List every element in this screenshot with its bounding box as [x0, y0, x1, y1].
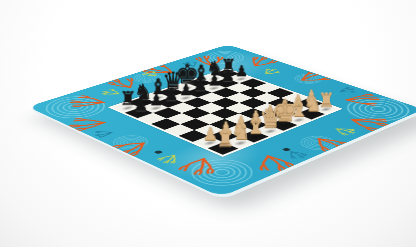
piece-black-pawn: ♟ [235, 64, 248, 79]
chess-board[interactable]: ♜♞♝♛♚♝♞♜♟♟♟♟♟♟♟♟♟♟♟♟♟♟♟♟♜♞♝♛♚♝♞♜ [28, 44, 416, 197]
coral-accent-decoration [332, 126, 357, 136]
ripple-decoration [180, 155, 264, 191]
peg-dot [153, 150, 163, 154]
ripple-decoration [35, 92, 116, 122]
ripple-decoration [294, 133, 342, 152]
ripple-decoration [336, 94, 416, 126]
piece-white-rook: ♜ [216, 129, 235, 150]
coral-decoration [245, 56, 279, 68]
coral-teal-decoration [93, 129, 115, 137]
piece-black-pawn: ♟ [149, 92, 163, 108]
piece-black-pawn: ♟ [134, 97, 149, 113]
piece-black-pawn: ♟ [221, 69, 235, 84]
ripple-decoration [107, 133, 154, 152]
piece-black-pawn: ♟ [164, 87, 178, 103]
coral-teal-decoration [337, 87, 358, 94]
coral-decoration [307, 135, 352, 153]
piece-black-pawn: ♟ [208, 73, 222, 88]
peg-dot [282, 148, 292, 152]
scene-background: ♜♞♝♛♚♝♞♜♟♟♟♟♟♟♟♟♟♟♟♟♟♟♟♟♜♞♝♛♚♝♞♜ [0, 0, 416, 247]
piece-black-pawn: ♟ [193, 78, 207, 93]
coral-decoration [252, 154, 296, 173]
coral-accent-decoration [156, 153, 182, 164]
coral-decoration [69, 116, 107, 131]
coral-teal-decoration [284, 150, 308, 160]
coral-accent-decoration [260, 68, 282, 76]
piece-black-pawn: ♟ [179, 83, 193, 99]
